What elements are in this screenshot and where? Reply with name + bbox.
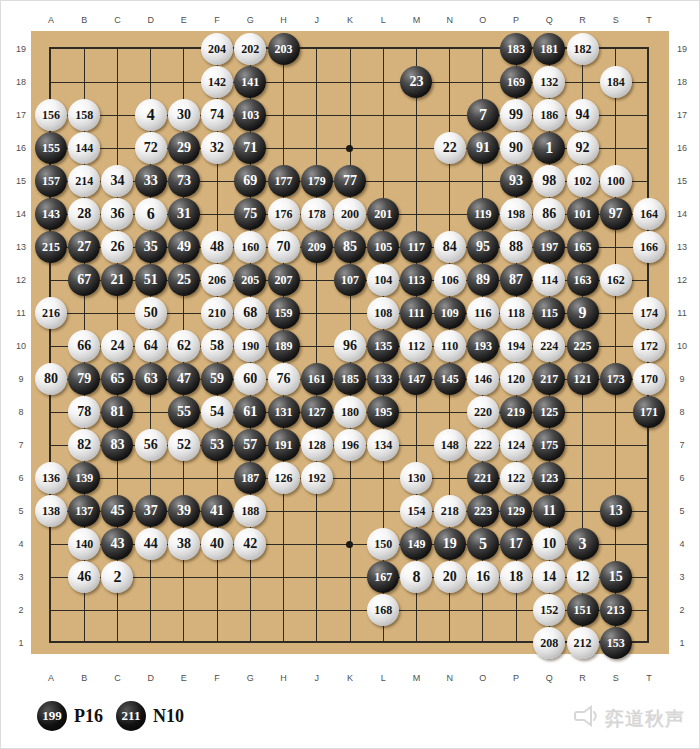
stone-p7-move-124: 124 [500, 429, 532, 461]
note-coord-p16: P16 [74, 706, 103, 727]
col-label-k: K [338, 672, 362, 684]
stone-e12-move-25: 25 [168, 264, 200, 296]
stone-k9-move-185: 185 [334, 363, 366, 395]
stone-l12-move-104: 104 [367, 264, 399, 296]
stone-a13-move-215: 215 [35, 231, 67, 263]
col-label-c: C [105, 14, 129, 26]
stone-n13-move-84: 84 [434, 231, 466, 263]
megaphone-icon [571, 704, 601, 734]
stone-e15-move-73: 73 [168, 165, 200, 197]
stone-r9-move-121: 121 [567, 363, 599, 395]
row-label-4: 4 [9, 538, 33, 550]
stone-t9-move-170: 170 [633, 363, 665, 395]
row-label-18: 18 [670, 76, 694, 88]
stone-h11-move-159: 159 [268, 297, 300, 329]
col-label-m: M [404, 14, 428, 26]
row-label-16: 16 [9, 142, 33, 154]
stone-d13-move-35: 35 [135, 231, 167, 263]
stone-o5-move-223: 223 [467, 495, 499, 527]
stone-h6-move-126: 126 [268, 462, 300, 494]
stone-l4-move-150: 150 [367, 528, 399, 560]
stone-l14-move-201: 201 [367, 198, 399, 230]
stone-s9-move-173: 173 [600, 363, 632, 395]
stone-r15-move-102: 102 [567, 165, 599, 197]
stone-n10-move-110: 110 [434, 330, 466, 362]
stone-l8-move-195: 195 [367, 396, 399, 428]
col-label-r: R [571, 672, 595, 684]
stone-t8-move-171: 171 [633, 396, 665, 428]
stone-j9-move-161: 161 [301, 363, 333, 395]
stone-f10-move-58: 58 [201, 330, 233, 362]
row-label-6: 6 [670, 472, 694, 484]
stone-b6-move-139: 139 [68, 462, 100, 494]
stone-n7-move-148: 148 [434, 429, 466, 461]
col-label-a: A [39, 14, 63, 26]
row-label-6: 6 [9, 472, 33, 484]
row-label-8: 8 [670, 406, 694, 418]
col-label-e: E [172, 672, 196, 684]
row-label-18: 18 [9, 76, 33, 88]
row-label-14: 14 [670, 208, 694, 220]
row-label-7: 7 [670, 439, 694, 451]
stone-b12-move-67: 67 [68, 264, 100, 296]
stone-b8-move-78: 78 [68, 396, 100, 428]
stone-r10-move-225: 225 [567, 330, 599, 362]
stone-h9-move-76: 76 [268, 363, 300, 395]
note-stone-199: 199 [37, 701, 67, 731]
stone-n4-move-19: 19 [434, 528, 466, 560]
col-label-h: H [272, 672, 296, 684]
stone-h14-move-176: 176 [268, 198, 300, 230]
stone-n12-move-106: 106 [434, 264, 466, 296]
stone-s1-move-153: 153 [600, 627, 632, 659]
stone-k12-move-107: 107 [334, 264, 366, 296]
stone-a9-move-80: 80 [35, 363, 67, 395]
stone-b15-move-214: 214 [68, 165, 100, 197]
stone-t10-move-172: 172 [633, 330, 665, 362]
stone-r14-move-101: 101 [567, 198, 599, 230]
col-label-g: G [238, 672, 262, 684]
stone-e8-move-55: 55 [168, 396, 200, 428]
stone-k8-move-180: 180 [334, 396, 366, 428]
col-label-b: B [72, 672, 96, 684]
stone-s2-move-213: 213 [600, 594, 632, 626]
col-label-o: O [471, 672, 495, 684]
col-label-j: J [305, 672, 329, 684]
stone-s3-move-15: 15 [600, 561, 632, 593]
stone-j14-move-178: 178 [301, 198, 333, 230]
stone-j6-move-192: 192 [301, 462, 333, 494]
move-note-caption: 199 P16 211 N10 [37, 700, 190, 732]
stone-h13-move-70: 70 [268, 231, 300, 263]
stone-e9-move-47: 47 [168, 363, 200, 395]
col-label-d: D [139, 672, 163, 684]
stone-p13-move-88: 88 [500, 231, 532, 263]
col-label-c: C [105, 672, 129, 684]
stone-o8-move-220: 220 [467, 396, 499, 428]
col-label-p: P [504, 14, 528, 26]
stone-p11-move-118: 118 [500, 297, 532, 329]
stone-l10-move-135: 135 [367, 330, 399, 362]
stone-k15-move-77: 77 [334, 165, 366, 197]
stone-f13-move-48: 48 [201, 231, 233, 263]
stone-d12-move-51: 51 [135, 264, 167, 296]
note-coord-n10: N10 [153, 706, 184, 727]
stone-a16-move-155: 155 [35, 132, 67, 164]
stone-d4-move-44: 44 [135, 528, 167, 560]
stone-d16-move-72: 72 [135, 132, 167, 164]
col-label-f: F [205, 14, 229, 26]
stone-p5-move-129: 129 [500, 495, 532, 527]
stone-p10-move-194: 194 [500, 330, 532, 362]
stone-k10-move-96: 96 [334, 330, 366, 362]
stone-b4-move-140: 140 [68, 528, 100, 560]
stone-e7-move-52: 52 [168, 429, 200, 461]
stone-e14-move-31: 31 [168, 198, 200, 230]
row-label-2: 2 [9, 604, 33, 616]
stone-p19-move-183: 183 [500, 33, 532, 65]
col-label-k: K [338, 14, 362, 26]
stone-b10-move-66: 66 [68, 330, 100, 362]
stone-l2-move-168: 168 [367, 594, 399, 626]
stone-t11-move-174: 174 [633, 297, 665, 329]
stone-b7-move-82: 82 [68, 429, 100, 461]
stone-n3-move-20: 20 [434, 561, 466, 593]
col-label-a: A [39, 672, 63, 684]
col-label-d: D [139, 14, 163, 26]
stone-b5-move-137: 137 [68, 495, 100, 527]
stone-t14-move-164: 164 [633, 198, 665, 230]
stone-p9-move-120: 120 [500, 363, 532, 395]
stone-p15-move-93: 93 [500, 165, 532, 197]
stone-a5-move-138: 138 [35, 495, 67, 527]
stone-h19-move-203: 203 [268, 33, 300, 65]
stone-p14-move-198: 198 [500, 198, 532, 230]
row-label-15: 15 [9, 175, 33, 187]
stone-r17-move-94: 94 [567, 99, 599, 131]
row-label-11: 11 [670, 307, 694, 319]
stone-d5-move-37: 37 [135, 495, 167, 527]
row-label-13: 13 [9, 241, 33, 253]
stone-o10-move-193: 193 [467, 330, 499, 362]
stone-p12-move-87: 87 [500, 264, 532, 296]
stone-b3-move-46: 46 [68, 561, 100, 593]
stone-p6-move-122: 122 [500, 462, 532, 494]
stone-o9-move-146: 146 [467, 363, 499, 395]
stone-d15-move-33: 33 [135, 165, 167, 197]
stone-r3-move-12: 12 [567, 561, 599, 593]
stone-d11-move-50: 50 [135, 297, 167, 329]
col-label-q: Q [537, 14, 561, 26]
row-label-13: 13 [670, 241, 694, 253]
stone-j15-move-179: 179 [301, 165, 333, 197]
stone-b16-move-144: 144 [68, 132, 100, 164]
stone-d7-move-56: 56 [135, 429, 167, 461]
col-label-j: J [305, 14, 329, 26]
stone-l13-move-105: 105 [367, 231, 399, 263]
col-label-h: H [272, 14, 296, 26]
stone-f5-move-41: 41 [201, 495, 233, 527]
row-label-4: 4 [670, 538, 694, 550]
stone-r12-move-163: 163 [567, 264, 599, 296]
stone-e17-move-30: 30 [168, 99, 200, 131]
stone-n9-move-145: 145 [434, 363, 466, 395]
col-label-e: E [172, 14, 196, 26]
stone-r4-move-3: 3 [567, 528, 599, 560]
row-label-12: 12 [9, 274, 33, 286]
stone-o17-move-7: 7 [467, 99, 499, 131]
stone-f9-move-59: 59 [201, 363, 233, 395]
stone-o4-move-5: 5 [467, 528, 499, 560]
col-label-r: R [571, 14, 595, 26]
row-label-1: 1 [9, 637, 33, 649]
stone-p17-move-99: 99 [500, 99, 532, 131]
stone-r2-move-151: 151 [567, 594, 599, 626]
stone-e10-move-62: 62 [168, 330, 200, 362]
col-label-b: B [72, 14, 96, 26]
stone-n16-move-22: 22 [434, 132, 466, 164]
stone-o11-move-116: 116 [467, 297, 499, 329]
col-label-t: T [637, 672, 661, 684]
stone-t13-move-166: 166 [633, 231, 665, 263]
stone-f7-move-53: 53 [201, 429, 233, 461]
stone-r19-move-182: 182 [567, 33, 599, 65]
row-label-5: 5 [9, 505, 33, 517]
col-label-s: S [604, 672, 628, 684]
col-label-f: F [205, 672, 229, 684]
row-label-17: 17 [9, 109, 33, 121]
stone-r13-move-165: 165 [567, 231, 599, 263]
stone-f8-move-54: 54 [201, 396, 233, 428]
row-label-15: 15 [670, 175, 694, 187]
row-label-5: 5 [670, 505, 694, 517]
col-label-l: L [371, 672, 395, 684]
stone-s18-move-184: 184 [600, 66, 632, 98]
stone-n5-move-218: 218 [434, 495, 466, 527]
stone-e13-move-49: 49 [168, 231, 200, 263]
col-label-q: Q [537, 672, 561, 684]
stone-n11-move-109: 109 [434, 297, 466, 329]
stone-k7-move-196: 196 [334, 429, 366, 461]
stone-p8-move-219: 219 [500, 396, 532, 428]
stone-a6-move-136: 136 [35, 462, 67, 494]
stone-b14-move-28: 28 [68, 198, 100, 230]
stone-l9-move-133: 133 [367, 363, 399, 395]
stone-p4-move-17: 17 [500, 528, 532, 560]
row-label-1: 1 [670, 637, 694, 649]
row-label-9: 9 [9, 373, 33, 385]
col-label-n: N [438, 14, 462, 26]
row-label-11: 11 [9, 307, 33, 319]
stone-f16-move-32: 32 [201, 132, 233, 164]
row-label-2: 2 [670, 604, 694, 616]
stone-o7-move-222: 222 [467, 429, 499, 461]
stone-k13-move-85: 85 [334, 231, 366, 263]
stone-q1-move-208: 208 [533, 627, 565, 659]
stone-h8-move-131: 131 [268, 396, 300, 428]
col-label-t: T [637, 14, 661, 26]
stone-o3-move-16: 16 [467, 561, 499, 593]
stone-p16-move-90: 90 [500, 132, 532, 164]
stone-h7-move-191: 191 [268, 429, 300, 461]
stone-h10-move-189: 189 [268, 330, 300, 362]
stone-o6-move-221: 221 [467, 462, 499, 494]
stone-b13-move-27: 27 [68, 231, 100, 263]
stone-a17-move-156: 156 [35, 99, 67, 131]
stone-h15-move-177: 177 [268, 165, 300, 197]
row-label-10: 10 [670, 340, 694, 352]
watermark-text: 弈道秋声 [605, 706, 685, 732]
stone-r11-move-9: 9 [567, 297, 599, 329]
row-label-3: 3 [670, 571, 694, 583]
row-label-19: 19 [670, 43, 694, 55]
stone-f18-move-142: 142 [201, 66, 233, 98]
row-label-12: 12 [670, 274, 694, 286]
stone-b9-move-79: 79 [68, 363, 100, 395]
brand-watermark: 弈道秋声 [571, 704, 685, 734]
stone-j13-move-209: 209 [301, 231, 333, 263]
stone-d17-move-4: 4 [135, 99, 167, 131]
stone-s15-move-100: 100 [600, 165, 632, 197]
stone-e16-move-29: 29 [168, 132, 200, 164]
col-label-m: M [404, 672, 428, 684]
stone-p3-move-18: 18 [500, 561, 532, 593]
stone-o12-move-89: 89 [467, 264, 499, 296]
row-label-17: 17 [670, 109, 694, 121]
stone-j7-move-128: 128 [301, 429, 333, 461]
stone-p18-move-169: 169 [500, 66, 532, 98]
stone-s14-move-97: 97 [600, 198, 632, 230]
stone-h12-move-207: 207 [268, 264, 300, 296]
row-label-16: 16 [670, 142, 694, 154]
stone-l7-move-134: 134 [367, 429, 399, 461]
stone-s5-move-13: 13 [600, 495, 632, 527]
stone-l3-move-167: 167 [367, 561, 399, 593]
grid-line-v [615, 49, 616, 643]
stone-a14-move-143: 143 [35, 198, 67, 230]
stone-a15-move-157: 157 [35, 165, 67, 197]
col-label-g: G [238, 14, 262, 26]
stone-o14-move-119: 119 [467, 198, 499, 230]
col-label-l: L [371, 14, 395, 26]
stone-f17-move-74: 74 [201, 99, 233, 131]
stone-s12-move-162: 162 [600, 264, 632, 296]
stone-b17-move-158: 158 [68, 99, 100, 131]
row-label-7: 7 [9, 439, 33, 451]
row-label-8: 8 [9, 406, 33, 418]
col-label-p: P [504, 672, 528, 684]
row-label-3: 3 [9, 571, 33, 583]
stone-f19-move-204: 204 [201, 33, 233, 65]
stone-d10-move-64: 64 [135, 330, 167, 362]
stone-f12-move-206: 206 [201, 264, 233, 296]
go-kifu-diagram: AABBCCDDEEFFGGHHJJKKLLMMNNOOPPQQRRSSTT19… [0, 0, 700, 749]
note-stone-211: 211 [116, 701, 146, 731]
row-label-14: 14 [9, 208, 33, 220]
col-label-s: S [604, 14, 628, 26]
col-label-n: N [438, 672, 462, 684]
stone-d9-move-63: 63 [135, 363, 167, 395]
stone-f11-move-210: 210 [201, 297, 233, 329]
stone-a11-move-216: 216 [35, 297, 67, 329]
stone-f4-move-40: 40 [201, 528, 233, 560]
stone-e5-move-39: 39 [168, 495, 200, 527]
stone-o16-move-91: 91 [467, 132, 499, 164]
stone-o13-move-95: 95 [467, 231, 499, 263]
row-label-19: 19 [9, 43, 33, 55]
stone-k14-move-200: 200 [334, 198, 366, 230]
col-label-o: O [471, 14, 495, 26]
stone-d14-move-6: 6 [135, 198, 167, 230]
stone-e4-move-38: 38 [168, 528, 200, 560]
stone-r1-move-212: 212 [567, 627, 599, 659]
stone-j8-move-127: 127 [301, 396, 333, 428]
stone-l11-move-108: 108 [367, 297, 399, 329]
row-label-10: 10 [9, 340, 33, 352]
row-label-9: 9 [670, 373, 694, 385]
stone-r16-move-92: 92 [567, 132, 599, 164]
